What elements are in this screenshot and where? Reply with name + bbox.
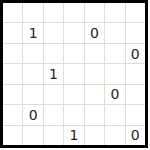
cell-r1c2[interactable] <box>44 23 63 42</box>
cell-r0c0[interactable] <box>3 3 22 22</box>
cell-r3c6[interactable] <box>126 64 145 83</box>
cell-r4c0[interactable] <box>3 85 22 104</box>
cell-r1c5[interactable] <box>105 23 124 42</box>
cell-r2c4[interactable] <box>85 44 104 63</box>
cell-r4c4[interactable] <box>85 85 104 104</box>
cell-r6c2[interactable] <box>44 126 63 145</box>
clue-cell-r6c6: 0 <box>126 126 145 145</box>
cell-r5c6[interactable] <box>126 105 145 124</box>
cell-r1c3[interactable] <box>64 23 83 42</box>
cell-r6c5[interactable] <box>105 126 124 145</box>
cell-r1c0[interactable] <box>3 23 22 42</box>
clue-cell-r5c1: 0 <box>23 105 42 124</box>
cell-r6c4[interactable] <box>85 126 104 145</box>
cell-r1c6[interactable] <box>126 23 145 42</box>
cell-r3c5[interactable] <box>105 64 124 83</box>
clue-cell-r1c1: 1 <box>23 23 42 42</box>
cell-r6c1[interactable] <box>23 126 42 145</box>
cell-r5c5[interactable] <box>105 105 124 124</box>
cell-r5c4[interactable] <box>85 105 104 124</box>
cell-r4c3[interactable] <box>64 85 83 104</box>
cell-r4c2[interactable] <box>44 85 63 104</box>
cell-r0c5[interactable] <box>105 3 124 22</box>
clue-cell-r6c3: 1 <box>64 126 83 145</box>
cell-r3c3[interactable] <box>64 64 83 83</box>
cell-r2c0[interactable] <box>3 44 22 63</box>
cell-r5c0[interactable] <box>3 105 22 124</box>
clue-cell-r3c2: 1 <box>44 64 63 83</box>
cell-r0c4[interactable] <box>85 3 104 22</box>
cell-r0c1[interactable] <box>23 3 42 22</box>
cell-r6c0[interactable] <box>3 126 22 145</box>
cell-r3c0[interactable] <box>3 64 22 83</box>
cell-r2c3[interactable] <box>64 44 83 63</box>
cell-r4c6[interactable] <box>126 85 145 104</box>
cell-r5c2[interactable] <box>44 105 63 124</box>
clue-cell-r2c6: 0 <box>126 44 145 63</box>
cell-r0c3[interactable] <box>64 3 83 22</box>
puzzle-board: 10010010 <box>0 0 148 148</box>
clue-cell-r4c5: 0 <box>105 85 124 104</box>
cell-r2c2[interactable] <box>44 44 63 63</box>
cell-r0c6[interactable] <box>126 3 145 22</box>
cell-r4c1[interactable] <box>23 85 42 104</box>
cell-r0c2[interactable] <box>44 3 63 22</box>
clue-cell-r1c4: 0 <box>85 23 104 42</box>
cell-r2c1[interactable] <box>23 44 42 63</box>
cell-r2c5[interactable] <box>105 44 124 63</box>
cell-r3c1[interactable] <box>23 64 42 83</box>
cell-r5c3[interactable] <box>64 105 83 124</box>
cell-r3c4[interactable] <box>85 64 104 83</box>
